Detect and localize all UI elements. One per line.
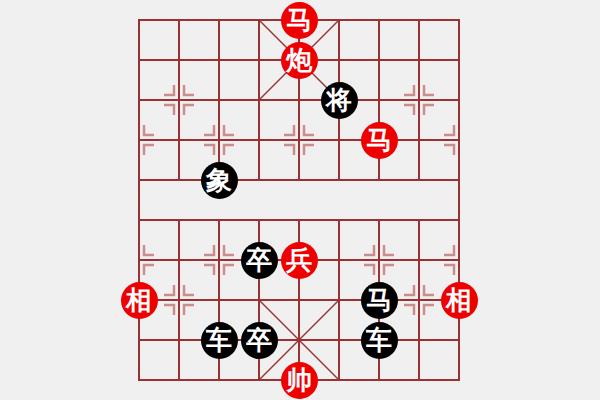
- piece-glyph: 卒: [241, 242, 278, 279]
- piece-glyph: 相: [121, 282, 158, 319]
- piece-glyph: 马: [361, 122, 398, 159]
- piece-black-chariot[interactable]: 车: [199, 320, 239, 360]
- piece-glyph: 象: [201, 162, 238, 199]
- piece-red-elephant[interactable]: 相: [439, 280, 479, 320]
- piece-glyph: 车: [201, 322, 238, 359]
- piece-red-general[interactable]: 帅: [279, 360, 319, 400]
- xiangqi-board: 马炮将马象卒兵相马相车卒车帅: [0, 0, 600, 400]
- piece-layer: 马炮将马象卒兵相马相车卒车帅: [119, 0, 479, 400]
- piece-black-horse[interactable]: 马: [359, 280, 399, 320]
- piece-black-chariot[interactable]: 车: [359, 320, 399, 360]
- piece-glyph: 将: [321, 82, 358, 119]
- piece-glyph: 马: [281, 2, 318, 39]
- piece-red-horse[interactable]: 马: [279, 0, 319, 40]
- piece-glyph: 兵: [281, 242, 318, 279]
- piece-red-horse[interactable]: 马: [359, 120, 399, 160]
- piece-red-cannon[interactable]: 炮: [279, 40, 319, 80]
- piece-glyph: 相: [441, 282, 478, 319]
- piece-glyph: 马: [361, 282, 398, 319]
- piece-glyph: 车: [361, 322, 398, 359]
- piece-black-soldier[interactable]: 卒: [239, 320, 279, 360]
- piece-black-elephant[interactable]: 象: [199, 160, 239, 200]
- piece-red-elephant[interactable]: 相: [119, 280, 159, 320]
- piece-glyph: 帅: [281, 362, 318, 399]
- piece-glyph: 卒: [241, 322, 278, 359]
- piece-black-general[interactable]: 将: [319, 80, 359, 120]
- piece-red-soldier[interactable]: 兵: [279, 240, 319, 280]
- piece-black-soldier[interactable]: 卒: [239, 240, 279, 280]
- piece-glyph: 炮: [281, 42, 318, 79]
